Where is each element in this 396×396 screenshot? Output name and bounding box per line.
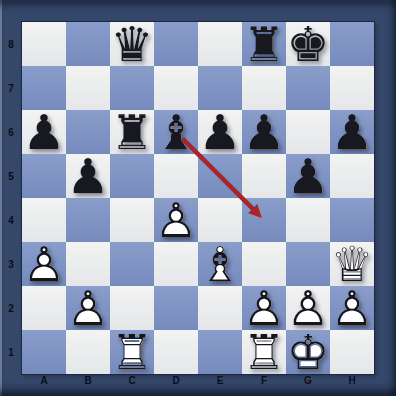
piece-black-rook[interactable]: ♖♜ [110,110,154,154]
rank-labels: 87654321 [0,22,22,374]
square-f8[interactable]: ♖♜ [242,22,286,66]
piece-black-queen-detail: ♛ [110,22,154,66]
piece-black-pawn-detail: ♟ [66,154,110,198]
square-f6[interactable]: ♙♟ [242,110,286,154]
square-f1[interactable]: ♜♖ [242,330,286,374]
square-b5[interactable]: ♙♟ [66,154,110,198]
square-c5[interactable] [110,154,154,198]
square-d2[interactable] [154,286,198,330]
piece-black-pawn[interactable]: ♙♟ [330,110,374,154]
rank-label-4: 4 [0,198,22,242]
square-g7[interactable] [286,66,330,110]
piece-black-pawn[interactable]: ♙♟ [198,110,242,154]
file-label-b: B [66,373,110,388]
piece-black-pawn-detail: ♟ [198,110,242,154]
square-g8[interactable]: ♔♚ [286,22,330,66]
piece-black-bishop-detail: ♝ [154,110,198,154]
square-a2[interactable] [22,286,66,330]
square-h6[interactable]: ♙♟ [330,110,374,154]
piece-white-pawn[interactable]: ♟♙ [154,198,198,242]
file-label-d: D [154,373,198,388]
piece-white-pawn[interactable]: ♟♙ [22,242,66,286]
square-g5[interactable]: ♙♟ [286,154,330,198]
piece-black-pawn[interactable]: ♙♟ [66,154,110,198]
rank-label-1: 1 [0,330,22,374]
piece-black-pawn[interactable]: ♙♟ [286,154,330,198]
file-label-a: A [22,373,66,388]
piece-black-pawn-detail: ♟ [286,154,330,198]
rank-label-5: 5 [0,154,22,198]
piece-white-king-detail: ♔ [286,330,330,374]
square-c6[interactable]: ♖♜ [110,110,154,154]
square-d8[interactable] [154,22,198,66]
file-label-f: F [242,373,286,388]
square-f4[interactable] [242,198,286,242]
square-b1[interactable] [66,330,110,374]
piece-black-king-detail: ♚ [286,22,330,66]
piece-black-rook[interactable]: ♖♜ [242,22,286,66]
piece-white-rook[interactable]: ♜♖ [110,330,154,374]
square-h5[interactable] [330,154,374,198]
piece-black-pawn-detail: ♟ [242,110,286,154]
square-c1[interactable]: ♜♖ [110,330,154,374]
square-f5[interactable] [242,154,286,198]
rank-label-3: 3 [0,242,22,286]
piece-white-rook[interactable]: ♜♖ [242,330,286,374]
piece-white-pawn-detail: ♙ [22,242,66,286]
piece-white-pawn[interactable]: ♟♙ [330,286,374,330]
chess-board-app: ♕♛♖♜♔♚♙♟♖♜♗♝♙♟♙♟♙♟♙♟♙♟♟♙♟♙♝♗♛♕♟♙♟♙♟♙♟♙♜♖… [0,0,396,396]
piece-white-pawn[interactable]: ♟♙ [66,286,110,330]
square-b4[interactable] [66,198,110,242]
square-b7[interactable] [66,66,110,110]
square-h2[interactable]: ♟♙ [330,286,374,330]
piece-black-pawn-detail: ♟ [22,110,66,154]
piece-black-rook-detail: ♜ [110,110,154,154]
square-c4[interactable] [110,198,154,242]
square-a1[interactable] [22,330,66,374]
square-a3[interactable]: ♟♙ [22,242,66,286]
square-c3[interactable] [110,242,154,286]
square-e3[interactable]: ♝♗ [198,242,242,286]
file-label-c: C [110,373,154,388]
file-label-e: E [198,373,242,388]
piece-black-pawn[interactable]: ♙♟ [242,110,286,154]
piece-white-pawn-detail: ♙ [330,286,374,330]
piece-white-pawn-detail: ♙ [66,286,110,330]
piece-white-rook-detail: ♖ [242,330,286,374]
square-h8[interactable] [330,22,374,66]
square-d6[interactable]: ♗♝ [154,110,198,154]
square-g4[interactable] [286,198,330,242]
square-h1[interactable] [330,330,374,374]
square-d3[interactable] [154,242,198,286]
piece-white-bishop-detail: ♗ [198,242,242,286]
square-a5[interactable] [22,154,66,198]
piece-white-king[interactable]: ♚♔ [286,330,330,374]
piece-black-bishop[interactable]: ♗♝ [154,110,198,154]
square-g1[interactable]: ♚♔ [286,330,330,374]
square-a8[interactable] [22,22,66,66]
rank-label-8: 8 [0,22,22,66]
piece-black-pawn-detail: ♟ [330,110,374,154]
square-e2[interactable] [198,286,242,330]
file-label-g: G [286,373,330,388]
chess-board: ♕♛♖♜♔♚♙♟♖♜♗♝♙♟♙♟♙♟♙♟♙♟♟♙♟♙♝♗♛♕♟♙♟♙♟♙♟♙♜♖… [22,22,374,374]
square-c8[interactable]: ♕♛ [110,22,154,66]
square-b2[interactable]: ♟♙ [66,286,110,330]
piece-black-queen[interactable]: ♕♛ [110,22,154,66]
square-e5[interactable] [198,154,242,198]
square-d1[interactable] [154,330,198,374]
file-label-h: H [330,373,374,388]
piece-black-rook-detail: ♜ [242,22,286,66]
rank-label-6: 6 [0,110,22,154]
square-b8[interactable] [66,22,110,66]
piece-white-bishop[interactable]: ♝♗ [198,242,242,286]
square-a6[interactable]: ♙♟ [22,110,66,154]
square-e8[interactable] [198,22,242,66]
piece-black-king[interactable]: ♔♚ [286,22,330,66]
piece-white-pawn-detail: ♙ [154,198,198,242]
rank-label-7: 7 [0,66,22,110]
square-e1[interactable] [198,330,242,374]
square-d4[interactable]: ♟♙ [154,198,198,242]
file-labels: ABCDEFGH [22,373,374,388]
square-e6[interactable]: ♙♟ [198,110,242,154]
piece-white-rook-detail: ♖ [110,330,154,374]
rank-label-2: 2 [0,286,22,330]
piece-black-pawn[interactable]: ♙♟ [22,110,66,154]
